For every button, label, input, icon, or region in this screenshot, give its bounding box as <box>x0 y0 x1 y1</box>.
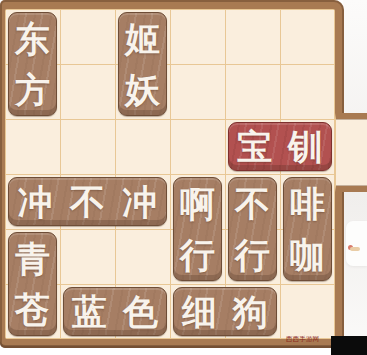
tile-char: 细 <box>174 288 225 335</box>
watermark-black-box <box>331 336 367 355</box>
tile-char: 钏 <box>280 123 331 170</box>
board-row3-extension <box>335 113 367 192</box>
board-cell <box>60 64 115 119</box>
tile-char: 不 <box>61 178 113 225</box>
side-widget-dash-icon <box>350 247 360 251</box>
board-cell <box>280 64 335 119</box>
board-cell <box>60 229 115 284</box>
tile-char: 啊 <box>174 178 221 229</box>
tile-char: 姬 <box>119 13 166 64</box>
board-cell <box>225 64 280 119</box>
board-cell <box>115 119 170 174</box>
game-screen: 东方姬妖宝钏冲不冲啊行不行啡咖青苍蓝色细狗 西西手游网 <box>0 0 367 355</box>
tile-不行[interactable]: 不行 <box>228 177 277 281</box>
watermark-text: 西西手游网 <box>286 335 319 344</box>
tile-char: 方 <box>9 64 56 115</box>
tile-char: 东 <box>9 13 56 64</box>
tile-char: 苍 <box>9 284 56 335</box>
tile-char: 色 <box>115 288 166 335</box>
board-cell <box>280 9 335 64</box>
tile-char: 狗 <box>225 288 276 335</box>
tile-姬妖[interactable]: 姬妖 <box>118 12 167 116</box>
board-cell <box>115 229 170 284</box>
tile-char: 蓝 <box>64 288 115 335</box>
tile-char: 冲 <box>9 178 61 225</box>
puzzle-board: 东方姬妖宝钏冲不冲啊行不行啡咖青苍蓝色细狗 <box>0 0 344 348</box>
tile-char: 咖 <box>284 229 331 280</box>
board-cell <box>5 119 60 174</box>
side-widget[interactable] <box>346 221 367 266</box>
tile-char: 青 <box>9 233 56 284</box>
board-cell <box>60 119 115 174</box>
board-cell <box>170 9 225 64</box>
board-cell <box>280 284 335 339</box>
tile-char: 冲 <box>114 178 166 225</box>
tile-啊行[interactable]: 啊行 <box>173 177 222 281</box>
tile-蓝色[interactable]: 蓝色 <box>63 287 167 336</box>
board-cell <box>60 9 115 64</box>
tile-啡咖[interactable]: 啡咖 <box>283 177 332 281</box>
tile-char: 妖 <box>119 64 166 115</box>
board-cell <box>170 64 225 119</box>
tile-宝钏[interactable]: 宝钏 <box>228 122 332 171</box>
tile-char: 行 <box>174 229 221 280</box>
tile-char: 行 <box>229 229 276 280</box>
board-cell <box>225 9 280 64</box>
tile-冲不冲[interactable]: 冲不冲 <box>8 177 167 226</box>
tile-细狗[interactable]: 细狗 <box>173 287 277 336</box>
tile-东方[interactable]: 东方 <box>8 12 57 116</box>
tile-char: 宝 <box>229 123 280 170</box>
board-cell <box>170 119 225 174</box>
tile-char: 不 <box>229 178 276 229</box>
tile-char: 啡 <box>284 178 331 229</box>
tile-青苍[interactable]: 青苍 <box>8 232 57 336</box>
